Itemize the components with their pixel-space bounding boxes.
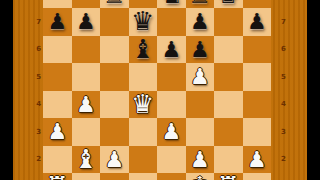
square-c5[interactable] [100,63,129,91]
square-c6[interactable] [100,36,129,64]
square-e1[interactable] [157,173,186,180]
piece-white-pawn-b4[interactable]: ♟ [76,91,96,119]
square-g6[interactable] [214,36,243,64]
square-f5[interactable]: ♟ [186,63,215,91]
square-h5[interactable] [243,63,272,91]
square-b7[interactable]: ♟ [72,8,101,36]
square-g1[interactable]: ♜ [214,173,243,180]
square-g8[interactable]: ♚ [214,0,243,8]
square-c7[interactable] [100,8,129,36]
square-d7[interactable]: ♛ [129,8,158,36]
chess-board: 765432 765432 ♜♞♜♚♟♟♛♟♟♝♟♟♟♟♛♟♟♝♟♟♟♜♚♜ [13,0,307,180]
square-h3[interactable] [243,118,272,146]
square-h4[interactable] [243,91,272,119]
square-e5[interactable] [157,63,186,91]
piece-white-bishop-b2[interactable]: ♝ [74,146,97,174]
square-f3[interactable] [186,118,215,146]
piece-white-rook-a1[interactable]: ♜ [46,173,69,180]
piece-white-pawn-h2[interactable]: ♟ [247,146,267,174]
square-d4[interactable]: ♛ [129,91,158,119]
rank-label-2-left: 2 [36,155,41,163]
square-g3[interactable] [214,118,243,146]
piece-black-knight-e8[interactable]: ♞ [160,0,183,8]
square-a8[interactable] [43,0,72,8]
square-e3[interactable]: ♟ [157,118,186,146]
rank-label-2-right: 2 [281,155,286,163]
square-g7[interactable] [214,8,243,36]
rank-label-6-right: 6 [281,45,286,53]
square-h2[interactable]: ♟ [243,146,272,174]
rank-label-4-right: 4 [281,100,286,108]
piece-black-pawn-e6[interactable]: ♟ [161,36,181,64]
square-d6[interactable]: ♝ [129,36,158,64]
chess-board-screenshot: 765432 765432 ♜♞♜♚♟♟♛♟♟♝♟♟♟♟♛♟♟♝♟♟♟♜♚♜ [0,0,320,180]
square-e6[interactable]: ♟ [157,36,186,64]
piece-white-pawn-a3[interactable]: ♟ [47,118,67,146]
square-e7[interactable] [157,8,186,36]
piece-black-queen-d7[interactable]: ♛ [131,8,154,36]
square-c2[interactable]: ♟ [100,146,129,174]
square-a4[interactable] [43,91,72,119]
rank-label-6-left: 6 [36,45,41,53]
square-a2[interactable] [43,146,72,174]
square-e4[interactable] [157,91,186,119]
square-a3[interactable]: ♟ [43,118,72,146]
rank-label-5-left: 5 [36,73,41,81]
square-f7[interactable]: ♟ [186,8,215,36]
piece-black-king-g8[interactable]: ♚ [217,0,240,8]
piece-white-pawn-f5[interactable]: ♟ [190,63,210,91]
piece-black-rook-f8[interactable]: ♜ [188,0,211,8]
piece-white-pawn-f2[interactable]: ♟ [190,146,210,174]
rank-label-7-left: 7 [36,18,41,26]
piece-white-pawn-e3[interactable]: ♟ [161,118,181,146]
square-f2[interactable]: ♟ [186,146,215,174]
square-h7[interactable]: ♟ [243,8,272,36]
square-f8[interactable]: ♜ [186,0,215,8]
piece-white-pawn-c2[interactable]: ♟ [104,146,124,174]
right-letterbox [307,0,320,180]
rank-label-7-right: 7 [281,18,286,26]
square-e2[interactable] [157,146,186,174]
piece-black-pawn-h7[interactable]: ♟ [247,8,267,36]
piece-black-rook-c8[interactable]: ♜ [103,0,126,8]
square-b2[interactable]: ♝ [72,146,101,174]
square-h6[interactable] [243,36,272,64]
left-letterbox [0,0,13,180]
square-d3[interactable] [129,118,158,146]
square-c4[interactable] [100,91,129,119]
square-b3[interactable] [72,118,101,146]
square-f4[interactable] [186,91,215,119]
square-c8[interactable]: ♜ [100,0,129,8]
piece-white-rook-g1[interactable]: ♜ [217,173,240,180]
square-h1[interactable] [243,173,272,180]
square-a6[interactable] [43,36,72,64]
square-b4[interactable]: ♟ [72,91,101,119]
square-a1[interactable]: ♜ [43,173,72,180]
square-d5[interactable] [129,63,158,91]
square-f6[interactable]: ♟ [186,36,215,64]
square-e8[interactable]: ♞ [157,0,186,8]
square-b5[interactable] [72,63,101,91]
piece-black-pawn-f6[interactable]: ♟ [190,36,210,64]
square-b6[interactable] [72,36,101,64]
piece-white-king-f1[interactable]: ♚ [188,173,211,180]
piece-black-bishop-d6[interactable]: ♝ [131,36,154,64]
square-a5[interactable] [43,63,72,91]
square-g4[interactable] [214,91,243,119]
piece-black-pawn-b7[interactable]: ♟ [76,8,96,36]
square-c3[interactable] [100,118,129,146]
square-c1[interactable] [100,173,129,180]
piece-black-pawn-f7[interactable]: ♟ [190,8,210,36]
rank-label-4-left: 4 [36,100,41,108]
square-d1[interactable] [129,173,158,180]
piece-black-pawn-a7[interactable]: ♟ [47,8,67,36]
rank-label-3-left: 3 [36,128,41,136]
square-d2[interactable] [129,146,158,174]
square-a7[interactable]: ♟ [43,8,72,36]
square-b1[interactable] [72,173,101,180]
square-g2[interactable] [214,146,243,174]
piece-white-queen-d4[interactable]: ♛ [131,91,154,119]
board-border-left: 765432 [13,0,43,180]
board-grid: ♜♞♜♚♟♟♛♟♟♝♟♟♟♟♛♟♟♝♟♟♟♜♚♜ [43,0,271,180]
board-squares-area: ♜♞♜♚♟♟♛♟♟♝♟♟♟♟♛♟♟♝♟♟♟♜♚♜ [43,0,271,180]
rank-label-5-right: 5 [281,73,286,81]
rank-label-3-right: 3 [281,128,286,136]
square-b8[interactable] [72,0,101,8]
square-g5[interactable] [214,63,243,91]
square-h8[interactable] [243,0,272,8]
square-f1[interactable]: ♚ [186,173,215,180]
